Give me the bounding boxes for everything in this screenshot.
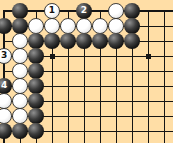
white-stone — [60, 18, 76, 34]
black-stone — [28, 33, 44, 49]
black-stone — [124, 3, 140, 19]
star-point — [50, 54, 55, 59]
move-number: 1 — [49, 6, 55, 15]
white-stone — [12, 93, 28, 109]
go-board[interactable]: 1234 — [0, 0, 173, 143]
move-number: 2 — [81, 6, 87, 15]
black-stone — [108, 33, 124, 49]
white-stone — [0, 93, 12, 109]
black-stone — [92, 33, 108, 49]
black-stone — [44, 33, 60, 49]
white-stone — [12, 48, 28, 64]
black-stone — [12, 3, 28, 19]
white-stone — [0, 108, 12, 124]
move-4-black-stone: 4 — [0, 78, 12, 94]
black-stone — [76, 33, 92, 49]
black-stone — [28, 63, 44, 79]
black-stone — [0, 18, 12, 34]
black-stone — [12, 18, 28, 34]
white-stone — [12, 78, 28, 94]
white-stone — [28, 18, 44, 34]
white-stone — [108, 3, 124, 19]
move-2-black-stone: 2 — [76, 3, 92, 19]
grid-line — [164, 10, 165, 143]
grid-line — [148, 10, 149, 143]
black-stone — [12, 123, 28, 139]
white-stone — [12, 33, 28, 49]
white-stone — [44, 18, 60, 34]
star-point — [146, 54, 151, 59]
move-3-white-stone: 3 — [0, 48, 12, 64]
black-stone — [28, 48, 44, 64]
black-stone — [60, 33, 76, 49]
white-stone — [76, 18, 92, 34]
white-stone — [12, 108, 28, 124]
black-stone — [0, 123, 12, 139]
move-number: 3 — [1, 51, 7, 60]
black-stone — [28, 78, 44, 94]
black-stone — [124, 18, 140, 34]
white-stone — [92, 18, 108, 34]
black-stone — [28, 108, 44, 124]
white-stone — [12, 63, 28, 79]
black-stone — [124, 33, 140, 49]
move-1-white-stone: 1 — [44, 3, 60, 19]
black-stone — [28, 93, 44, 109]
black-stone — [28, 123, 44, 139]
move-number: 4 — [1, 81, 7, 90]
white-stone — [108, 18, 124, 34]
